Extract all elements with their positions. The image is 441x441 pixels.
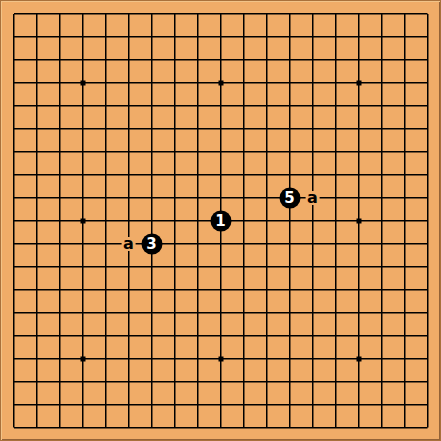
intersection-E6 — [94, 301, 117, 324]
intersection-O2 — [301, 393, 324, 416]
intersection-R7 — [370, 278, 393, 301]
intersection-M18 — [255, 25, 278, 48]
intersection-K3 — [209, 370, 232, 393]
intersection-G5 — [140, 324, 163, 347]
intersection-H11 — [163, 186, 186, 209]
intersection-P3 — [324, 370, 347, 393]
intersection-C4 — [48, 347, 71, 370]
intersection-K12 — [209, 163, 232, 186]
intersection-C18 — [48, 25, 71, 48]
intersection-H3 — [163, 370, 186, 393]
intersection-M11 — [255, 186, 278, 209]
intersection-O11: a — [301, 186, 324, 209]
intersection-S19 — [393, 2, 416, 25]
intersection-Q18 — [347, 25, 370, 48]
intersection-B17 — [25, 48, 48, 71]
intersection-L6 — [232, 301, 255, 324]
intersection-M4 — [255, 347, 278, 370]
hoshi-point — [218, 356, 223, 361]
intersection-J15 — [186, 94, 209, 117]
intersection-O15 — [301, 94, 324, 117]
intersection-O10 — [301, 209, 324, 232]
intersection-J11 — [186, 186, 209, 209]
intersection-J13 — [186, 140, 209, 163]
intersection-C12 — [48, 163, 71, 186]
intersection-N14 — [278, 117, 301, 140]
intersection-H15 — [163, 94, 186, 117]
intersection-J17 — [186, 48, 209, 71]
intersection-P9 — [324, 232, 347, 255]
intersection-H5 — [163, 324, 186, 347]
intersection-M14 — [255, 117, 278, 140]
intersection-H4 — [163, 347, 186, 370]
intersection-T1 — [416, 416, 439, 439]
intersection-D2 — [71, 393, 94, 416]
intersection-Q6 — [347, 301, 370, 324]
intersection-L3 — [232, 370, 255, 393]
intersection-E14 — [94, 117, 117, 140]
intersection-P1 — [324, 416, 347, 439]
intersection-B9 — [25, 232, 48, 255]
intersection-N6 — [278, 301, 301, 324]
intersection-Q11 — [347, 186, 370, 209]
intersection-P8 — [324, 255, 347, 278]
intersection-K10: 1 — [209, 209, 232, 232]
intersection-B1 — [25, 416, 48, 439]
intersection-G8 — [140, 255, 163, 278]
intersection-D1 — [71, 416, 94, 439]
intersection-H9 — [163, 232, 186, 255]
intersection-F18 — [117, 25, 140, 48]
intersection-L4 — [232, 347, 255, 370]
intersection-B16 — [25, 71, 48, 94]
intersection-L15 — [232, 94, 255, 117]
intersection-C1 — [48, 416, 71, 439]
intersection-O1 — [301, 416, 324, 439]
black-stone-1: 1 — [210, 210, 231, 231]
intersection-R16 — [370, 71, 393, 94]
hoshi-point — [356, 80, 361, 85]
intersection-G14 — [140, 117, 163, 140]
intersection-D6 — [71, 301, 94, 324]
intersection-O4 — [301, 347, 324, 370]
intersection-B10 — [25, 209, 48, 232]
intersection-Q8 — [347, 255, 370, 278]
intersection-S17 — [393, 48, 416, 71]
intersection-R11 — [370, 186, 393, 209]
black-stone-3: 3 — [141, 233, 162, 254]
intersection-K1 — [209, 416, 232, 439]
intersection-Q13 — [347, 140, 370, 163]
intersection-P18 — [324, 25, 347, 48]
intersection-K5 — [209, 324, 232, 347]
intersection-J5 — [186, 324, 209, 347]
intersection-R15 — [370, 94, 393, 117]
intersection-C19 — [48, 2, 71, 25]
intersection-E9 — [94, 232, 117, 255]
intersection-D16 — [71, 71, 94, 94]
intersection-G6 — [140, 301, 163, 324]
intersection-S16 — [393, 71, 416, 94]
intersection-M19 — [255, 2, 278, 25]
intersection-O13 — [301, 140, 324, 163]
intersection-R10 — [370, 209, 393, 232]
intersection-A3 — [2, 370, 25, 393]
intersection-H8 — [163, 255, 186, 278]
intersection-L19 — [232, 2, 255, 25]
intersection-E2 — [94, 393, 117, 416]
intersection-R14 — [370, 117, 393, 140]
intersection-O18 — [301, 25, 324, 48]
intersection-M10 — [255, 209, 278, 232]
intersection-N13 — [278, 140, 301, 163]
intersection-O9 — [301, 232, 324, 255]
intersection-C2 — [48, 393, 71, 416]
intersection-A1 — [2, 416, 25, 439]
intersection-S15 — [393, 94, 416, 117]
intersection-B11 — [25, 186, 48, 209]
intersection-O8 — [301, 255, 324, 278]
intersection-C15 — [48, 94, 71, 117]
intersection-B14 — [25, 117, 48, 140]
intersection-G16 — [140, 71, 163, 94]
intersection-N18 — [278, 25, 301, 48]
intersection-S5 — [393, 324, 416, 347]
hoshi-point — [356, 356, 361, 361]
intersection-M3 — [255, 370, 278, 393]
intersection-B18 — [25, 25, 48, 48]
intersection-Q17 — [347, 48, 370, 71]
intersection-O17 — [301, 48, 324, 71]
intersection-D13 — [71, 140, 94, 163]
intersection-H1 — [163, 416, 186, 439]
intersection-F3 — [117, 370, 140, 393]
intersection-L9 — [232, 232, 255, 255]
intersection-T15 — [416, 94, 439, 117]
intersection-T11 — [416, 186, 439, 209]
intersection-L13 — [232, 140, 255, 163]
intersection-C16 — [48, 71, 71, 94]
intersection-D5 — [71, 324, 94, 347]
intersection-E17 — [94, 48, 117, 71]
intersection-Q1 — [347, 416, 370, 439]
intersection-J1 — [186, 416, 209, 439]
intersection-O6 — [301, 301, 324, 324]
intersection-C9 — [48, 232, 71, 255]
intersection-L2 — [232, 393, 255, 416]
intersection-S13 — [393, 140, 416, 163]
hoshi-point — [356, 218, 361, 223]
intersection-R3 — [370, 370, 393, 393]
intersection-C13 — [48, 140, 71, 163]
intersection-F4 — [117, 347, 140, 370]
intersection-A12 — [2, 163, 25, 186]
intersection-A4 — [2, 347, 25, 370]
intersection-P14 — [324, 117, 347, 140]
intersection-A9 — [2, 232, 25, 255]
intersection-N16 — [278, 71, 301, 94]
intersection-S8 — [393, 255, 416, 278]
intersection-G9: 3 — [140, 232, 163, 255]
intersection-L16 — [232, 71, 255, 94]
intersection-T9 — [416, 232, 439, 255]
intersection-O19 — [301, 2, 324, 25]
intersection-G7 — [140, 278, 163, 301]
intersection-N10 — [278, 209, 301, 232]
intersection-S9 — [393, 232, 416, 255]
intersection-J2 — [186, 393, 209, 416]
intersection-P7 — [324, 278, 347, 301]
intersection-J16 — [186, 71, 209, 94]
intersection-Q9 — [347, 232, 370, 255]
intersection-G10 — [140, 209, 163, 232]
intersection-R18 — [370, 25, 393, 48]
intersection-Q3 — [347, 370, 370, 393]
hoshi-point — [80, 218, 85, 223]
intersection-E4 — [94, 347, 117, 370]
intersection-M8 — [255, 255, 278, 278]
intersection-K4 — [209, 347, 232, 370]
intersection-B8 — [25, 255, 48, 278]
intersection-S12 — [393, 163, 416, 186]
intersection-Q7 — [347, 278, 370, 301]
intersection-F14 — [117, 117, 140, 140]
intersection-P16 — [324, 71, 347, 94]
intersection-T14 — [416, 117, 439, 140]
intersection-M7 — [255, 278, 278, 301]
intersection-P5 — [324, 324, 347, 347]
intersection-J6 — [186, 301, 209, 324]
intersection-D12 — [71, 163, 94, 186]
intersection-J4 — [186, 347, 209, 370]
intersection-H14 — [163, 117, 186, 140]
intersection-M13 — [255, 140, 278, 163]
intersection-Q12 — [347, 163, 370, 186]
intersection-P2 — [324, 393, 347, 416]
intersection-H17 — [163, 48, 186, 71]
intersection-F9: a — [117, 232, 140, 255]
intersection-B6 — [25, 301, 48, 324]
intersection-G18 — [140, 25, 163, 48]
intersection-O14 — [301, 117, 324, 140]
intersection-A11 — [2, 186, 25, 209]
intersection-K6 — [209, 301, 232, 324]
intersection-R19 — [370, 2, 393, 25]
intersection-T19 — [416, 2, 439, 25]
intersection-O3 — [301, 370, 324, 393]
intersection-J9 — [186, 232, 209, 255]
intersection-S11 — [393, 186, 416, 209]
intersection-P10 — [324, 209, 347, 232]
intersection-T18 — [416, 25, 439, 48]
intersection-A16 — [2, 71, 25, 94]
intersection-C5 — [48, 324, 71, 347]
intersection-N8 — [278, 255, 301, 278]
intersection-P17 — [324, 48, 347, 71]
intersection-O5 — [301, 324, 324, 347]
intersection-E10 — [94, 209, 117, 232]
intersection-L12 — [232, 163, 255, 186]
intersection-M15 — [255, 94, 278, 117]
intersection-Q10 — [347, 209, 370, 232]
intersection-K7 — [209, 278, 232, 301]
intersection-Q2 — [347, 393, 370, 416]
intersection-O16 — [301, 71, 324, 94]
intersection-E13 — [94, 140, 117, 163]
intersection-G4 — [140, 347, 163, 370]
intersection-A10 — [2, 209, 25, 232]
point-label-a-F9: a — [121, 237, 136, 251]
intersection-F19 — [117, 2, 140, 25]
intersection-E16 — [94, 71, 117, 94]
point-label-a-O11: a — [305, 191, 320, 205]
intersection-H12 — [163, 163, 186, 186]
intersection-K19 — [209, 2, 232, 25]
intersection-N19 — [278, 2, 301, 25]
intersection-S7 — [393, 278, 416, 301]
intersection-K14 — [209, 117, 232, 140]
intersection-D15 — [71, 94, 94, 117]
intersection-R1 — [370, 416, 393, 439]
intersection-G12 — [140, 163, 163, 186]
intersection-B12 — [25, 163, 48, 186]
intersection-S14 — [393, 117, 416, 140]
intersection-D4 — [71, 347, 94, 370]
intersection-N11: 5 — [278, 186, 301, 209]
intersection-F6 — [117, 301, 140, 324]
intersection-R9 — [370, 232, 393, 255]
intersection-C8 — [48, 255, 71, 278]
intersection-L7 — [232, 278, 255, 301]
intersection-T12 — [416, 163, 439, 186]
intersection-E11 — [94, 186, 117, 209]
intersection-L18 — [232, 25, 255, 48]
intersection-G19 — [140, 2, 163, 25]
intersection-R12 — [370, 163, 393, 186]
intersection-T3 — [416, 370, 439, 393]
intersection-S1 — [393, 416, 416, 439]
intersection-D8 — [71, 255, 94, 278]
intersection-E3 — [94, 370, 117, 393]
intersection-B19 — [25, 2, 48, 25]
intersection-S3 — [393, 370, 416, 393]
intersection-M9 — [255, 232, 278, 255]
intersection-E15 — [94, 94, 117, 117]
hoshi-point — [80, 356, 85, 361]
intersection-N12 — [278, 163, 301, 186]
intersection-K15 — [209, 94, 232, 117]
intersection-E8 — [94, 255, 117, 278]
intersection-R4 — [370, 347, 393, 370]
intersection-C6 — [48, 301, 71, 324]
intersection-N9 — [278, 232, 301, 255]
intersection-H6 — [163, 301, 186, 324]
intersection-Q19 — [347, 2, 370, 25]
intersection-A7 — [2, 278, 25, 301]
intersection-P6 — [324, 301, 347, 324]
intersection-J8 — [186, 255, 209, 278]
intersection-G3 — [140, 370, 163, 393]
intersection-F15 — [117, 94, 140, 117]
intersection-F8 — [117, 255, 140, 278]
intersection-T17 — [416, 48, 439, 71]
hoshi-point — [218, 80, 223, 85]
intersection-D19 — [71, 2, 94, 25]
intersection-M17 — [255, 48, 278, 71]
intersection-N1 — [278, 416, 301, 439]
intersection-L14 — [232, 117, 255, 140]
intersection-K16 — [209, 71, 232, 94]
intersection-N3 — [278, 370, 301, 393]
intersection-A18 — [2, 25, 25, 48]
intersection-R17 — [370, 48, 393, 71]
intersection-F10 — [117, 209, 140, 232]
intersection-F16 — [117, 71, 140, 94]
intersection-P19 — [324, 2, 347, 25]
intersection-J18 — [186, 25, 209, 48]
intersection-F1 — [117, 416, 140, 439]
intersection-B4 — [25, 347, 48, 370]
intersection-A5 — [2, 324, 25, 347]
intersection-J7 — [186, 278, 209, 301]
hoshi-point — [80, 80, 85, 85]
intersection-D14 — [71, 117, 94, 140]
intersection-D18 — [71, 25, 94, 48]
intersection-B5 — [25, 324, 48, 347]
intersection-T6 — [416, 301, 439, 324]
intersection-E1 — [94, 416, 117, 439]
intersection-L1 — [232, 416, 255, 439]
intersection-R2 — [370, 393, 393, 416]
intersection-O12 — [301, 163, 324, 186]
intersection-H19 — [163, 2, 186, 25]
intersection-O7 — [301, 278, 324, 301]
intersection-M6 — [255, 301, 278, 324]
intersection-P12 — [324, 163, 347, 186]
intersection-S4 — [393, 347, 416, 370]
intersection-K17 — [209, 48, 232, 71]
intersection-B13 — [25, 140, 48, 163]
intersection-B2 — [25, 393, 48, 416]
intersection-A19 — [2, 2, 25, 25]
intersection-D11 — [71, 186, 94, 209]
intersection-A15 — [2, 94, 25, 117]
intersection-L10 — [232, 209, 255, 232]
intersection-N7 — [278, 278, 301, 301]
intersection-E12 — [94, 163, 117, 186]
intersection-P13 — [324, 140, 347, 163]
intersection-B15 — [25, 94, 48, 117]
intersection-H10 — [163, 209, 186, 232]
intersection-B7 — [25, 278, 48, 301]
intersection-T5 — [416, 324, 439, 347]
intersection-H7 — [163, 278, 186, 301]
intersection-L11 — [232, 186, 255, 209]
intersection-N4 — [278, 347, 301, 370]
intersection-K13 — [209, 140, 232, 163]
intersection-Q14 — [347, 117, 370, 140]
intersection-A6 — [2, 301, 25, 324]
intersection-K9 — [209, 232, 232, 255]
intersection-M12 — [255, 163, 278, 186]
intersection-Q5 — [347, 324, 370, 347]
intersection-D10 — [71, 209, 94, 232]
intersection-H16 — [163, 71, 186, 94]
intersection-J19 — [186, 2, 209, 25]
intersection-F17 — [117, 48, 140, 71]
intersection-N17 — [278, 48, 301, 71]
intersection-F11 — [117, 186, 140, 209]
